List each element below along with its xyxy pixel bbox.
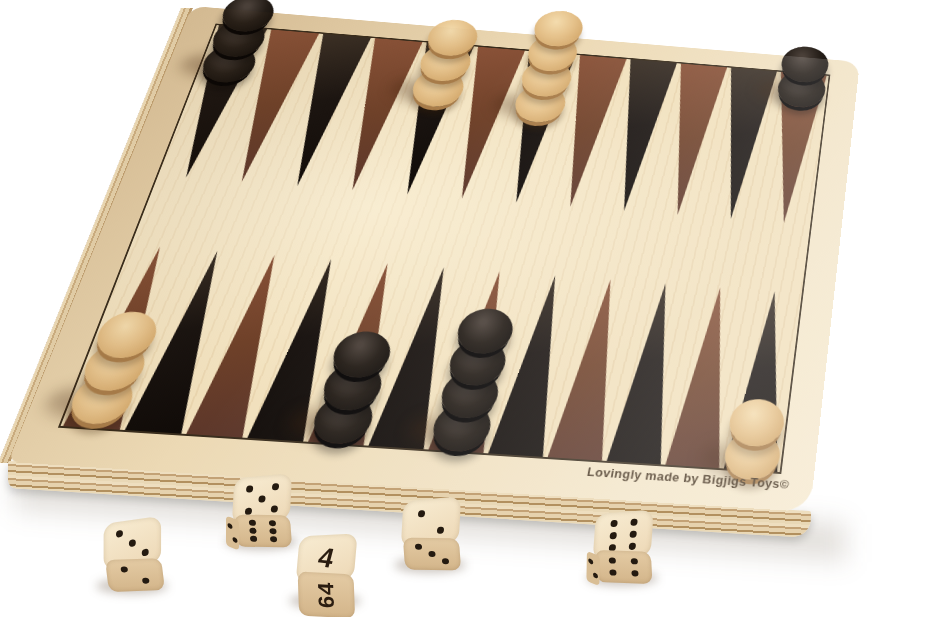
die-pip	[415, 543, 422, 549]
die-front-face	[595, 550, 653, 584]
doubling-cube-top-value: 4	[315, 542, 338, 575]
die-pip	[631, 558, 638, 564]
die-pip	[631, 518, 638, 526]
die-pip	[588, 558, 593, 565]
die-front-face	[105, 558, 165, 592]
die-pip	[142, 548, 149, 556]
die-2	[233, 476, 295, 547]
die-pip	[272, 483, 279, 491]
die-pip	[249, 528, 256, 534]
die-4	[402, 499, 464, 570]
die-pip	[417, 510, 424, 518]
die-pip	[271, 505, 278, 513]
die-pip	[270, 536, 277, 542]
die-pip	[269, 520, 276, 526]
doubling-cube-front-face: 64	[298, 571, 355, 617]
die-front-face	[234, 514, 292, 547]
die-side-face	[586, 551, 599, 586]
die-pip	[116, 530, 123, 538]
die-pip	[228, 523, 233, 530]
die-pip	[609, 532, 616, 540]
die-pip	[258, 495, 265, 503]
die-pip	[610, 520, 617, 528]
die-1	[102, 518, 168, 592]
doubling-cube: 464	[296, 534, 361, 617]
die-5	[593, 511, 656, 583]
die-pip	[244, 507, 251, 515]
die-pip	[437, 527, 444, 535]
die-pip	[142, 578, 150, 584]
dice-layer: 464	[0, 0, 934, 617]
die-pip	[232, 536, 237, 543]
die-pip	[269, 528, 276, 534]
die-side-face	[226, 515, 239, 550]
die-pip	[593, 572, 598, 579]
die-pip	[609, 570, 616, 576]
die-pip	[120, 566, 128, 572]
doubling-cube-front-value: 64	[313, 581, 340, 609]
die-pip	[129, 539, 136, 547]
die-pip	[608, 557, 615, 563]
die-pip	[249, 519, 256, 525]
stage: Lovingly made by Bigjigs Toys© 464	[0, 0, 934, 617]
die-pip	[250, 536, 257, 542]
die-pip	[632, 571, 639, 577]
die-pip	[630, 530, 637, 538]
die-front-face	[403, 537, 461, 570]
die-pip	[442, 559, 449, 565]
die-pip	[246, 486, 253, 494]
die-pip	[428, 551, 435, 557]
die-pip	[629, 543, 636, 551]
